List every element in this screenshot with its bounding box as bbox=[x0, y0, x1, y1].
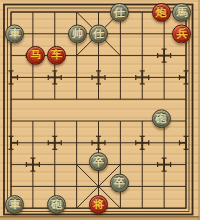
board-point[interactable] bbox=[175, 110, 197, 132]
piece-green-cannon[interactable]: 砲 bbox=[47, 195, 66, 214]
board-point[interactable] bbox=[0, 45, 22, 67]
board-point[interactable] bbox=[0, 154, 22, 176]
piece-red-chariot[interactable]: 车 bbox=[47, 46, 66, 65]
piece-green-horse[interactable]: 馬 bbox=[172, 3, 191, 22]
piece-green-soldier[interactable]: 卒 bbox=[110, 173, 129, 192]
piece-character: 马 bbox=[30, 49, 41, 60]
board-point[interactable] bbox=[175, 154, 197, 176]
board-point[interactable] bbox=[175, 45, 197, 67]
piece-red-general[interactable]: 将 bbox=[89, 195, 108, 214]
board-point[interactable] bbox=[0, 88, 22, 110]
piece-character: 卒 bbox=[93, 156, 104, 167]
board-point[interactable] bbox=[66, 110, 88, 132]
board-point[interactable] bbox=[0, 175, 22, 197]
piece-green-soldier[interactable]: 卒 bbox=[89, 152, 108, 171]
board-point[interactable] bbox=[88, 110, 110, 132]
board-point[interactable]: 兵 bbox=[175, 23, 197, 45]
board-point[interactable] bbox=[109, 23, 131, 45]
xiangqi-board: 仕炮馬車帅仕兵马车砲卒卒車砲将 bbox=[0, 0, 200, 220]
piece-green-advisor[interactable]: 仕 bbox=[110, 3, 129, 22]
piece-character: 炮 bbox=[156, 7, 167, 18]
piece-green-advisor[interactable]: 仕 bbox=[89, 25, 108, 44]
board-point[interactable]: 砲 bbox=[153, 110, 175, 132]
piece-green-general[interactable]: 帅 bbox=[68, 25, 87, 44]
board-point[interactable] bbox=[131, 88, 153, 110]
board-point[interactable] bbox=[153, 66, 175, 88]
board-right-edge bbox=[198, 0, 201, 220]
board-points-grid: 仕炮馬車帅仕兵马车砲卒卒車砲将 bbox=[0, 1, 197, 219]
board-point[interactable] bbox=[109, 154, 131, 176]
board-point[interactable] bbox=[66, 1, 88, 23]
board-point[interactable] bbox=[153, 88, 175, 110]
board-point[interactable]: 車 bbox=[0, 23, 22, 45]
board-point[interactable] bbox=[44, 23, 66, 45]
board-point[interactable] bbox=[153, 175, 175, 197]
board-point[interactable] bbox=[66, 45, 88, 67]
board-point[interactable] bbox=[88, 1, 110, 23]
board-point[interactable]: 马 bbox=[22, 45, 44, 67]
board-point[interactable] bbox=[175, 66, 197, 88]
board-point[interactable] bbox=[88, 66, 110, 88]
board-point[interactable] bbox=[109, 110, 131, 132]
board-point[interactable] bbox=[88, 88, 110, 110]
piece-character: 帅 bbox=[72, 28, 83, 39]
board-point[interactable] bbox=[131, 66, 153, 88]
piece-red-horse[interactable]: 马 bbox=[26, 46, 45, 65]
piece-character: 砲 bbox=[51, 198, 62, 209]
piece-character: 車 bbox=[9, 198, 20, 209]
board-point[interactable] bbox=[88, 45, 110, 67]
piece-character: 车 bbox=[51, 49, 62, 60]
board-bottom-edge bbox=[0, 216, 200, 220]
board-point[interactable] bbox=[66, 88, 88, 110]
board-point[interactable] bbox=[22, 23, 44, 45]
board-point[interactable] bbox=[109, 132, 131, 154]
board-point[interactable] bbox=[22, 1, 44, 23]
piece-character: 馬 bbox=[176, 7, 187, 18]
board-point[interactable]: 仕 bbox=[88, 23, 110, 45]
piece-character: 砲 bbox=[156, 113, 167, 124]
board-point[interactable]: 馬 bbox=[175, 1, 197, 23]
board-point[interactable]: 仕 bbox=[109, 1, 131, 23]
piece-character: 卒 bbox=[114, 177, 125, 188]
piece-character: 兵 bbox=[176, 28, 187, 39]
board-point[interactable] bbox=[0, 132, 22, 154]
board-point[interactable] bbox=[22, 154, 44, 176]
board-point[interactable]: 车 bbox=[44, 45, 66, 67]
board-point[interactable] bbox=[44, 132, 66, 154]
board-point[interactable] bbox=[22, 175, 44, 197]
board-point[interactable] bbox=[44, 154, 66, 176]
board-point[interactable] bbox=[66, 132, 88, 154]
board-point[interactable] bbox=[131, 1, 153, 23]
piece-red-soldier[interactable]: 兵 bbox=[172, 25, 191, 44]
board-point[interactable] bbox=[175, 88, 197, 110]
board-point[interactable] bbox=[66, 66, 88, 88]
board-point[interactable] bbox=[22, 132, 44, 154]
board-point[interactable] bbox=[175, 132, 197, 154]
board-point[interactable]: 帅 bbox=[66, 23, 88, 45]
board-point[interactable] bbox=[0, 66, 22, 88]
board-point[interactable] bbox=[44, 110, 66, 132]
board-point[interactable] bbox=[175, 175, 197, 197]
board-point[interactable] bbox=[22, 88, 44, 110]
board-point[interactable] bbox=[131, 23, 153, 45]
board-point[interactable]: 卒 bbox=[109, 175, 131, 197]
board-point[interactable] bbox=[131, 110, 153, 132]
board-point[interactable] bbox=[131, 132, 153, 154]
board-point[interactable] bbox=[66, 175, 88, 197]
board-point[interactable] bbox=[153, 45, 175, 67]
board-point[interactable]: 卒 bbox=[88, 154, 110, 176]
board-point[interactable] bbox=[131, 175, 153, 197]
board-point[interactable] bbox=[153, 154, 175, 176]
board-point[interactable] bbox=[44, 1, 66, 23]
board-point[interactable] bbox=[22, 66, 44, 88]
board-point[interactable] bbox=[44, 88, 66, 110]
piece-character: 将 bbox=[93, 198, 104, 209]
board-point[interactable] bbox=[131, 45, 153, 67]
board-point[interactable] bbox=[0, 1, 22, 23]
board-point[interactable] bbox=[131, 154, 153, 176]
piece-character: 車 bbox=[9, 28, 20, 39]
board-point[interactable] bbox=[66, 154, 88, 176]
piece-character: 仕 bbox=[114, 7, 125, 18]
piece-character: 仕 bbox=[93, 28, 104, 39]
board-point[interactable] bbox=[88, 132, 110, 154]
board-point[interactable] bbox=[109, 88, 131, 110]
board-point[interactable] bbox=[44, 66, 66, 88]
board-point[interactable] bbox=[109, 45, 131, 67]
board-point[interactable] bbox=[153, 132, 175, 154]
board-point[interactable] bbox=[22, 110, 44, 132]
board-point[interactable] bbox=[0, 110, 22, 132]
piece-red-cannon[interactable]: 炮 bbox=[152, 3, 171, 22]
board-point[interactable] bbox=[109, 66, 131, 88]
piece-green-cannon[interactable]: 砲 bbox=[152, 110, 171, 129]
